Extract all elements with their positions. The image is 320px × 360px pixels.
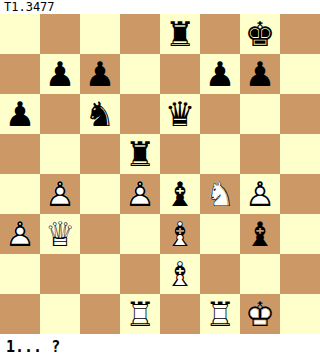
square-g4[interactable]: ♟♙ <box>240 174 280 214</box>
square-e4[interactable]: ♝ <box>160 174 200 214</box>
piece-white-king-g1[interactable]: ♚♔ <box>240 294 280 334</box>
square-c3[interactable] <box>80 214 120 254</box>
piece-outline-layer: ♙ <box>0 214 40 254</box>
piece-white-rook-d1[interactable]: ♜♖ <box>120 294 160 334</box>
square-h4[interactable] <box>280 174 320 214</box>
piece-outline-layer: ♖ <box>120 294 160 334</box>
square-h1[interactable] <box>280 294 320 334</box>
piece-glyph: ♟ <box>240 54 280 94</box>
piece-white-queen-b3[interactable]: ♛♕ <box>40 214 80 254</box>
piece-black-pawn-c7[interactable]: ♟ <box>80 54 120 94</box>
piece-white-pawn-a3[interactable]: ♟♙ <box>0 214 40 254</box>
square-g1[interactable]: ♚♔ <box>240 294 280 334</box>
square-d7[interactable] <box>120 54 160 94</box>
square-d5[interactable]: ♜ <box>120 134 160 174</box>
piece-black-pawn-f7[interactable]: ♟ <box>200 54 240 94</box>
square-h8[interactable] <box>280 14 320 54</box>
piece-outline-layer: ♙ <box>240 174 280 214</box>
square-h3[interactable] <box>280 214 320 254</box>
piece-glyph: ♟ <box>80 54 120 94</box>
piece-white-pawn-b4[interactable]: ♟♙ <box>40 174 80 214</box>
square-d2[interactable] <box>120 254 160 294</box>
piece-black-bishop-e4[interactable]: ♝ <box>160 174 200 214</box>
piece-black-rook-e8[interactable]: ♜ <box>160 14 200 54</box>
piece-glyph: ♝ <box>160 174 200 214</box>
square-e7[interactable] <box>160 54 200 94</box>
square-h2[interactable] <box>280 254 320 294</box>
square-e6[interactable]: ♛ <box>160 94 200 134</box>
square-f3[interactable] <box>200 214 240 254</box>
square-a8[interactable] <box>0 14 40 54</box>
piece-black-pawn-g7[interactable]: ♟ <box>240 54 280 94</box>
square-e8[interactable]: ♜ <box>160 14 200 54</box>
piece-glyph: ♟ <box>200 54 240 94</box>
piece-glyph: ♚ <box>240 14 280 54</box>
piece-glyph: ♟ <box>40 54 80 94</box>
piece-black-rook-d5[interactable]: ♜ <box>120 134 160 174</box>
square-b1[interactable] <box>40 294 80 334</box>
piece-glyph: ♜ <box>160 14 200 54</box>
square-e2[interactable]: ♝♗ <box>160 254 200 294</box>
piece-black-knight-c6[interactable]: ♞ <box>80 94 120 134</box>
piece-black-pawn-b7[interactable]: ♟ <box>40 54 80 94</box>
status-bar: 1... ? <box>0 334 320 360</box>
square-b6[interactable] <box>40 94 80 134</box>
piece-outline-layer: ♖ <box>200 294 240 334</box>
square-f2[interactable] <box>200 254 240 294</box>
square-e3[interactable]: ♝♗ <box>160 214 200 254</box>
square-f4[interactable]: ♞♘ <box>200 174 240 214</box>
square-g8[interactable]: ♚ <box>240 14 280 54</box>
square-b4[interactable]: ♟♙ <box>40 174 80 214</box>
square-f5[interactable] <box>200 134 240 174</box>
square-a5[interactable] <box>0 134 40 174</box>
piece-white-bishop-e3[interactable]: ♝♗ <box>160 214 200 254</box>
piece-outline-layer: ♘ <box>200 174 240 214</box>
square-a4[interactable] <box>0 174 40 214</box>
piece-black-bishop-g3[interactable]: ♝ <box>240 214 280 254</box>
square-b3[interactable]: ♛♕ <box>40 214 80 254</box>
square-b2[interactable] <box>40 254 80 294</box>
title-bar: T1.3477 <box>0 0 320 14</box>
piece-glyph: ♛ <box>160 94 200 134</box>
piece-black-pawn-a6[interactable]: ♟ <box>0 94 40 134</box>
piece-glyph: ♜ <box>120 134 160 174</box>
piece-white-knight-f4[interactable]: ♞♘ <box>200 174 240 214</box>
square-h7[interactable] <box>280 54 320 94</box>
square-c7[interactable]: ♟ <box>80 54 120 94</box>
square-a3[interactable]: ♟♙ <box>0 214 40 254</box>
puzzle-id: T1.3477 <box>4 0 55 14</box>
piece-glyph: ♞ <box>80 94 120 134</box>
square-a1[interactable] <box>0 294 40 334</box>
square-g2[interactable] <box>240 254 280 294</box>
square-f1[interactable]: ♜♖ <box>200 294 240 334</box>
square-g3[interactable]: ♝ <box>240 214 280 254</box>
square-g7[interactable]: ♟ <box>240 54 280 94</box>
square-c1[interactable] <box>80 294 120 334</box>
piece-outline-layer: ♕ <box>40 214 80 254</box>
square-c4[interactable] <box>80 174 120 214</box>
square-b7[interactable]: ♟ <box>40 54 80 94</box>
square-d1[interactable]: ♜♖ <box>120 294 160 334</box>
square-a2[interactable] <box>0 254 40 294</box>
square-d6[interactable] <box>120 94 160 134</box>
piece-outline-layer: ♙ <box>120 174 160 214</box>
square-h6[interactable] <box>280 94 320 134</box>
square-h5[interactable] <box>280 134 320 174</box>
square-a7[interactable] <box>0 54 40 94</box>
square-c8[interactable] <box>80 14 120 54</box>
square-d8[interactable] <box>120 14 160 54</box>
piece-outline-layer: ♗ <box>160 254 200 294</box>
piece-outline-layer: ♙ <box>40 174 80 214</box>
square-e5[interactable] <box>160 134 200 174</box>
square-g6[interactable] <box>240 94 280 134</box>
piece-white-pawn-d4[interactable]: ♟♙ <box>120 174 160 214</box>
piece-outline-layer: ♗ <box>160 214 200 254</box>
square-a6[interactable]: ♟ <box>0 94 40 134</box>
piece-glyph: ♝ <box>240 214 280 254</box>
square-f6[interactable] <box>200 94 240 134</box>
square-f8[interactable] <box>200 14 240 54</box>
piece-white-pawn-g4[interactable]: ♟♙ <box>240 174 280 214</box>
square-f7[interactable]: ♟ <box>200 54 240 94</box>
square-b8[interactable] <box>40 14 80 54</box>
square-g5[interactable] <box>240 134 280 174</box>
piece-white-rook-f1[interactable]: ♜♖ <box>200 294 240 334</box>
piece-black-queen-e6[interactable]: ♛ <box>160 94 200 134</box>
piece-white-bishop-e2[interactable]: ♝♗ <box>160 254 200 294</box>
move-prompt: 1... ? <box>6 334 60 360</box>
chess-board: ♜♚♟♟♟♟♟♞♛♜♟♙♟♙♝♞♘♟♙♟♙♛♕♝♗♝♝♗♜♖♜♖♚♔ <box>0 14 320 334</box>
piece-outline-layer: ♔ <box>240 294 280 334</box>
square-b5[interactable] <box>40 134 80 174</box>
square-e1[interactable] <box>160 294 200 334</box>
square-c2[interactable] <box>80 254 120 294</box>
piece-black-king-g8[interactable]: ♚ <box>240 14 280 54</box>
square-d3[interactable] <box>120 214 160 254</box>
piece-glyph: ♟ <box>0 94 40 134</box>
square-d4[interactable]: ♟♙ <box>120 174 160 214</box>
square-c5[interactable] <box>80 134 120 174</box>
square-c6[interactable]: ♞ <box>80 94 120 134</box>
